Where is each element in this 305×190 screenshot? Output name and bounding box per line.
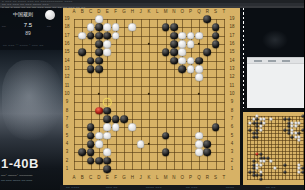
row-label-left: 18 [64, 25, 69, 30]
black-stone [120, 115, 128, 123]
white-stone [178, 48, 186, 56]
rules-label: 中国规则 [13, 11, 33, 17]
row-label-left: 1 [66, 167, 69, 172]
col-label-top: F [114, 10, 117, 15]
black-stone [95, 32, 103, 40]
black-stone [78, 48, 86, 56]
white-stone [178, 57, 186, 65]
black-stone [178, 65, 186, 73]
white-stone [195, 140, 203, 148]
black-stone [170, 32, 178, 40]
row-label-right: 18 [229, 25, 234, 30]
row-label-left: 15 [64, 50, 69, 55]
panel-header-mark[interactable] [268, 60, 276, 62]
faint-logo [262, 30, 288, 50]
col-label-top: D [97, 10, 100, 15]
col-label-top: J [140, 10, 142, 15]
row-label-right: 17 [229, 33, 234, 38]
black-stone [87, 148, 95, 156]
row-label-right: 14 [229, 58, 234, 63]
black-stone [170, 57, 178, 65]
black-stone [283, 163, 286, 166]
col-label-bottom: C [89, 176, 92, 181]
row-label-right: 5 [231, 133, 234, 138]
row-label-left: 3 [66, 150, 69, 155]
main-go-board[interactable]: AA1919BB1818CC1717DD1616EE1515FF1414GG13… [63, 8, 240, 185]
white-stone [178, 32, 186, 40]
col-label-top: A [72, 10, 75, 15]
grid-line [247, 179, 305, 180]
white-stone [259, 163, 262, 166]
grid-line [282, 116, 283, 180]
row-label-left: 11 [65, 83, 70, 88]
black-stone [95, 65, 103, 73]
row-label-right: 7 [231, 117, 234, 122]
white-stone [95, 140, 103, 148]
black-stone [162, 148, 170, 156]
white-stone [95, 132, 103, 140]
row-label-right: 11 [230, 83, 235, 88]
komi-caption-right: –– [47, 25, 51, 28]
grid-line [74, 127, 225, 128]
black-stone [95, 57, 103, 65]
white-stone [297, 138, 300, 141]
row-label-left: 19 [64, 17, 69, 22]
col-label-top: H [131, 10, 134, 15]
app-window: – ––– –– –––– ––– –– ––––––––––– –––– ––… [0, 0, 304, 190]
white-stone [103, 132, 111, 140]
white-stone [112, 23, 120, 31]
col-label-top: Q [197, 10, 201, 15]
white-stone [255, 166, 258, 169]
black-stone [87, 157, 95, 165]
left-video-panel: 中国规则 7.5 89 –– –– –– ––– ·· –––– · ––– –… [0, 8, 63, 190]
col-label-bottom: F [114, 176, 117, 181]
col-label-top: B [81, 10, 84, 15]
taskbar-item[interactable]: ––– –– [106, 186, 118, 189]
watermark-text: 1-40B [1, 156, 39, 171]
white-stone [262, 121, 265, 124]
black-stone [301, 128, 304, 131]
white-stone [87, 23, 95, 31]
col-label-top: M [164, 10, 168, 15]
row-label-right: 3 [231, 150, 234, 155]
white-stone [95, 15, 103, 23]
col-label-top: L [156, 10, 159, 15]
komi-caption-left: –– [2, 25, 6, 28]
row-label-left: 12 [64, 75, 69, 80]
col-label-bottom: S [214, 176, 217, 181]
col-label-bottom: K [147, 176, 150, 181]
row-label-right: 12 [229, 75, 234, 80]
row-label-right: 6 [231, 125, 234, 130]
col-label-bottom: J [140, 176, 142, 181]
row-label-left: 13 [64, 67, 69, 72]
row-label-left: 14 [64, 58, 69, 63]
black-stone [170, 23, 178, 31]
row-label-left: 9 [66, 100, 69, 105]
row-label-right: 15 [229, 50, 234, 55]
white-stone [269, 117, 272, 120]
selection-marquee-line [243, 8, 244, 110]
mini-board-window[interactable] [240, 108, 304, 190]
side-panel[interactable] [247, 57, 304, 111]
white-stone [269, 159, 272, 162]
taskbar-item[interactable]: –– ––– [186, 186, 198, 189]
white-stone [112, 32, 120, 40]
move-number: 89 [0, 30, 56, 36]
col-label-top: E [106, 10, 109, 15]
grid-line [166, 19, 167, 170]
white-stone [187, 57, 195, 65]
col-label-bottom: B [81, 176, 84, 181]
video-background [2, 60, 62, 140]
black-stone [87, 140, 95, 148]
white-stone [187, 40, 195, 48]
row-label-left: 16 [64, 42, 69, 47]
white-stone [103, 123, 111, 131]
row-label-left: 7 [66, 117, 69, 122]
black-stone [87, 65, 95, 73]
black-stone [248, 128, 251, 131]
black-stone [283, 170, 286, 173]
black-stone [301, 170, 304, 173]
row-label-left: 6 [66, 125, 69, 130]
black-stone [203, 148, 211, 156]
row-label-right: 9 [231, 100, 234, 105]
black-stone [103, 107, 111, 115]
black-stone [212, 123, 220, 131]
row-label-right: 19 [229, 17, 234, 22]
black-stone [87, 132, 95, 140]
panel-header-mark[interactable] [254, 60, 262, 62]
black-stone [203, 15, 211, 23]
grid-line [74, 102, 225, 103]
row-label-right: 10 [229, 92, 234, 97]
black-stone [103, 115, 111, 123]
black-stone [95, 157, 103, 165]
black-stone [301, 114, 304, 117]
taskbar-item[interactable]: –––– [226, 186, 234, 189]
white-stone [103, 48, 111, 56]
white-stone [128, 23, 136, 31]
white-stone [137, 140, 145, 148]
col-label-bottom: M [164, 176, 168, 181]
row-label-left: 8 [66, 108, 69, 113]
black-stone [78, 148, 86, 156]
black-stone [87, 123, 95, 131]
white-stone [178, 40, 186, 48]
white-stone-indicator [45, 10, 55, 20]
col-label-bottom: P [189, 176, 192, 181]
panel-header-mark[interactable] [282, 60, 290, 62]
taskbar-item[interactable]: –– –– [266, 186, 276, 189]
white-stone [128, 123, 136, 131]
black-stone [170, 40, 178, 48]
black-stone [266, 156, 269, 159]
col-label-top: R [206, 10, 209, 15]
white-stone [294, 124, 297, 127]
subtitle-line-2: –– ––– –––– –– ––– [1, 178, 32, 182]
col-label-bottom: H [131, 176, 134, 181]
col-label-top: C [89, 10, 92, 15]
row-label-left: 2 [66, 158, 69, 163]
col-label-top: G [122, 10, 126, 15]
row-label-right: 16 [229, 42, 234, 47]
col-label-top: O [181, 10, 185, 15]
col-label-bottom: D [97, 176, 100, 181]
white-stone [103, 23, 111, 31]
subtitle-line-1: ––· ––––· –––––– [1, 172, 33, 177]
col-label-top: P [189, 10, 192, 15]
grid-line [247, 172, 305, 173]
row-label-right: 4 [231, 142, 234, 147]
col-label-bottom: R [206, 176, 209, 181]
white-stone [112, 123, 120, 131]
col-label-bottom: N [172, 176, 175, 181]
black-stone [170, 48, 178, 56]
taskbar[interactable]: –– ––––––– –––––– ––––– ––––––––– –– [60, 185, 304, 190]
black-stone [95, 23, 103, 31]
black-stone [203, 48, 211, 56]
white-stone [195, 32, 203, 40]
row-label-left: 5 [66, 133, 69, 138]
right-video-area [240, 8, 304, 58]
black-stone [87, 57, 95, 65]
last-move-stone [95, 107, 103, 115]
row-label-left: 10 [64, 92, 69, 97]
row-label-right: 8 [231, 108, 234, 113]
black-stone [162, 132, 170, 140]
grid-line [157, 19, 158, 170]
col-label-top: S [214, 10, 217, 15]
black-stone [162, 48, 170, 56]
black-stone [103, 157, 111, 165]
white-stone [297, 121, 300, 124]
move-hint-marker [103, 98, 112, 107]
white-stone [187, 32, 195, 40]
side-panel-header [247, 58, 304, 64]
grid-line [224, 19, 225, 170]
black-stone [103, 165, 111, 173]
black-stone [212, 23, 220, 31]
col-label-bottom: E [106, 176, 109, 181]
white-stone [103, 148, 111, 156]
col-label-bottom: A [72, 176, 75, 181]
col-label-bottom: Q [197, 176, 201, 181]
black-stone [259, 177, 262, 180]
col-label-bottom: O [181, 176, 185, 181]
white-stone [259, 128, 262, 131]
col-label-top: K [147, 10, 150, 15]
black-stone [95, 40, 103, 48]
white-stone [262, 159, 265, 162]
white-stone [195, 148, 203, 156]
white-stone [187, 65, 195, 73]
status-line: –– ––– ·· –––– · ––– –– [3, 44, 44, 47]
col-label-top: N [172, 10, 175, 15]
white-stone [195, 65, 203, 73]
grid-line [74, 119, 225, 120]
taskbar-item[interactable]: –––– ––– [146, 186, 162, 189]
black-stone [112, 115, 120, 123]
row-label-left: 4 [66, 142, 69, 147]
col-label-bottom: G [122, 176, 126, 181]
row-label-right: 1 [231, 167, 234, 172]
white-stone [195, 132, 203, 140]
row-label-left: 17 [64, 33, 69, 38]
black-stone [203, 140, 211, 148]
taskbar-item[interactable]: –– –––– [66, 186, 80, 189]
row-label-right: 13 [229, 67, 234, 72]
mini-go-board[interactable] [243, 112, 304, 190]
grid-line [74, 169, 225, 170]
col-label-bottom: L [156, 176, 159, 181]
col-label-top: T [223, 10, 226, 15]
black-stone [162, 23, 170, 31]
black-stone [255, 135, 258, 138]
row-label-right: 2 [231, 158, 234, 163]
black-stone [87, 32, 95, 40]
black-stone [212, 32, 220, 40]
black-stone [103, 32, 111, 40]
col-label-bottom: T [223, 176, 226, 181]
black-stone [95, 48, 103, 56]
black-stone [195, 57, 203, 65]
white-stone [195, 73, 203, 81]
white-stone [103, 40, 111, 48]
white-stone [273, 166, 276, 169]
black-stone [212, 40, 220, 48]
white-stone [78, 32, 86, 40]
